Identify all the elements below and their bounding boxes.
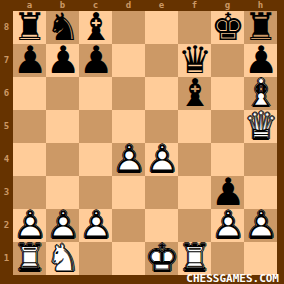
square-d4[interactable]: ♟♙ [112,143,145,176]
square-b7[interactable]: ♟ [46,44,79,77]
square-a4[interactable] [13,143,46,176]
square-e5[interactable] [145,110,178,143]
white-queen: ♛♕ [244,110,277,143]
black-pawn: ♟ [46,44,79,77]
square-a2[interactable]: ♟♙ [13,209,46,242]
square-a7[interactable]: ♟ [13,44,46,77]
rank-label-4: 4 [0,143,13,176]
chess-diagram: abcdefgh 87654321 ♜♞♝♚♜♟♟♟♛♟♝♝♗♛♕♟♙♟♙♟♟♙… [0,0,284,284]
black-king: ♚ [211,11,244,44]
white-pawn: ♟♙ [211,209,244,242]
black-rook: ♜ [244,11,277,44]
square-h6[interactable]: ♝♗ [244,77,277,110]
square-h7[interactable]: ♟ [244,44,277,77]
file-labels: abcdefgh [13,0,277,11]
rank-label-5: 5 [0,110,13,143]
square-d5[interactable] [112,110,145,143]
square-g8[interactable]: ♚ [211,11,244,44]
square-b6[interactable] [46,77,79,110]
square-a3[interactable] [13,176,46,209]
square-b1[interactable]: ♞♘ [46,242,79,275]
white-king: ♚♔ [145,242,178,275]
rank-labels: 87654321 [0,11,13,275]
rank-label-2: 2 [0,209,13,242]
square-c3[interactable] [79,176,112,209]
white-pawn: ♟♙ [244,209,277,242]
rank-label-8: 8 [0,11,13,44]
square-e4[interactable]: ♟♙ [145,143,178,176]
square-f1[interactable]: ♜♖ [178,242,211,275]
white-pawn: ♟♙ [112,143,145,176]
black-rook: ♜ [13,11,46,44]
white-pawn: ♟♙ [79,209,112,242]
square-h1[interactable] [244,242,277,275]
square-h3[interactable] [244,176,277,209]
square-a5[interactable] [13,110,46,143]
square-h8[interactable]: ♜ [244,11,277,44]
square-f7[interactable]: ♛ [178,44,211,77]
square-g4[interactable] [211,143,244,176]
rank-label-6: 6 [0,77,13,110]
rank-label-1: 1 [0,242,13,275]
white-pawn: ♟♙ [145,143,178,176]
file-label-e: e [145,0,178,11]
square-c6[interactable] [79,77,112,110]
square-d3[interactable] [112,176,145,209]
file-label-f: f [178,0,211,11]
white-pawn: ♟♙ [46,209,79,242]
file-label-d: d [112,0,145,11]
chess-board: ♜♞♝♚♜♟♟♟♛♟♝♝♗♛♕♟♙♟♙♟♟♙♟♙♟♙♟♙♟♙♜♖♞♘♚♔♜♖ [13,11,277,275]
square-b4[interactable] [46,143,79,176]
square-h5[interactable]: ♛♕ [244,110,277,143]
file-label-g: g [211,0,244,11]
square-g1[interactable] [211,242,244,275]
square-g6[interactable] [211,77,244,110]
white-rook: ♜♖ [178,242,211,275]
square-a6[interactable] [13,77,46,110]
square-f4[interactable] [178,143,211,176]
square-c7[interactable]: ♟ [79,44,112,77]
square-d6[interactable] [112,77,145,110]
black-pawn: ♟ [13,44,46,77]
file-label-c: c [79,0,112,11]
file-label-a: a [13,0,46,11]
square-g3[interactable]: ♟ [211,176,244,209]
square-c5[interactable] [79,110,112,143]
black-knight: ♞ [46,11,79,44]
file-label-h: h [244,0,277,11]
square-b3[interactable] [46,176,79,209]
square-a1[interactable]: ♜♖ [13,242,46,275]
square-g5[interactable] [211,110,244,143]
white-pawn: ♟♙ [13,209,46,242]
black-queen: ♛ [178,44,211,77]
square-f2[interactable] [178,209,211,242]
white-rook: ♜♖ [13,242,46,275]
square-e7[interactable] [145,44,178,77]
square-f8[interactable] [178,11,211,44]
square-g7[interactable] [211,44,244,77]
square-e2[interactable] [145,209,178,242]
black-bishop: ♝ [178,77,211,110]
square-d8[interactable] [112,11,145,44]
square-c8[interactable]: ♝ [79,11,112,44]
black-pawn: ♟ [211,176,244,209]
rank-label-3: 3 [0,176,13,209]
square-e6[interactable] [145,77,178,110]
square-e1[interactable]: ♚♔ [145,242,178,275]
square-g2[interactable]: ♟♙ [211,209,244,242]
square-c1[interactable] [79,242,112,275]
white-bishop: ♝♗ [244,77,277,110]
square-a8[interactable]: ♜ [13,11,46,44]
square-b8[interactable]: ♞ [46,11,79,44]
black-bishop: ♝ [79,11,112,44]
square-h4[interactable] [244,143,277,176]
square-b2[interactable]: ♟♙ [46,209,79,242]
square-c2[interactable]: ♟♙ [79,209,112,242]
square-f3[interactable] [178,176,211,209]
black-pawn: ♟ [79,44,112,77]
square-d2[interactable] [112,209,145,242]
square-f6[interactable]: ♝ [178,77,211,110]
square-b5[interactable] [46,110,79,143]
square-e3[interactable] [145,176,178,209]
black-pawn: ♟ [244,44,277,77]
square-h2[interactable]: ♟♙ [244,209,277,242]
rank-label-7: 7 [0,44,13,77]
white-knight: ♞♘ [46,242,79,275]
file-label-b: b [46,0,79,11]
site-credit-label: CHESSGAMES.COM [186,274,279,284]
square-e8[interactable] [145,11,178,44]
square-c4[interactable] [79,143,112,176]
square-d1[interactable] [112,242,145,275]
square-f5[interactable] [178,110,211,143]
square-d7[interactable] [112,44,145,77]
